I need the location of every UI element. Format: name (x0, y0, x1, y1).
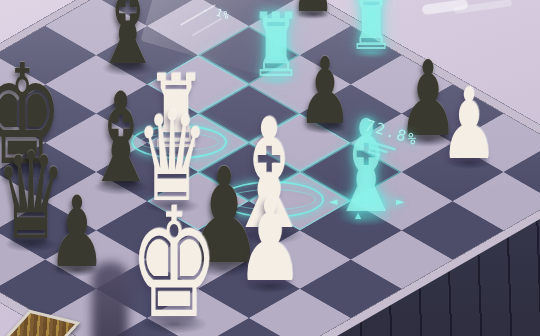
white-king[interactable]: ♚ (129, 188, 219, 336)
holo-rook-partial[interactable]: ♜ (348, 0, 394, 61)
white-pawn-front[interactable]: ♟ (236, 184, 303, 298)
holo-rook[interactable]: ♜ (250, 2, 302, 90)
chess-scene: ◄ ► ▲ . 1% 72.8% ♝ ♟ ♜ ♜ ♟ ♟ ♟ ♚ ♛ ♝ ♟ ♟… (0, 0, 540, 336)
foreground-blurred-piece (92, 262, 128, 336)
white-pawn-g8[interactable]: ♟ (440, 75, 498, 173)
